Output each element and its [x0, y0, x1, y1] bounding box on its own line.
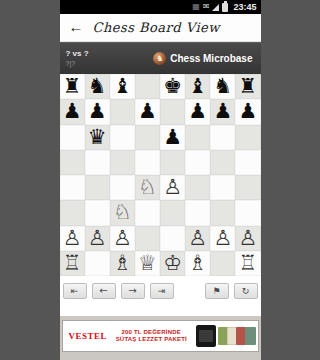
square-f7[interactable]: ♟	[185, 99, 210, 124]
square-c4[interactable]	[110, 175, 135, 200]
square-a1[interactable]: ♖	[60, 251, 85, 276]
square-h2[interactable]: ♙	[235, 226, 260, 251]
app-bar: ← Chess Board View	[60, 14, 261, 42]
piece-white-pawn: ♙	[235, 226, 260, 251]
piece-black-pawn: ♟	[160, 125, 185, 150]
square-f8[interactable]: ♝	[185, 74, 210, 99]
square-d3[interactable]	[135, 200, 160, 225]
ad-region: VESTEL 200 TL DEĞERİNDE SÜTAŞ LEZZET PAK…	[60, 316, 261, 360]
square-b1[interactable]	[85, 251, 110, 276]
square-b5[interactable]	[85, 150, 110, 175]
square-e7[interactable]	[160, 99, 185, 124]
square-g7[interactable]: ♟	[210, 99, 235, 124]
square-f3[interactable]	[185, 200, 210, 225]
piece-white-pawn: ♙	[85, 226, 110, 251]
square-b6[interactable]: ♛	[85, 125, 110, 150]
square-e6[interactable]: ♟	[160, 125, 185, 150]
last-move-button[interactable]: ⇥	[150, 283, 174, 299]
chess-microbase-brand[interactable]: ♞ Chess Microbase	[153, 52, 252, 65]
players-label: ? vs ?	[66, 49, 89, 59]
square-c3[interactable]: ♘	[110, 200, 135, 225]
square-a6[interactable]	[60, 125, 85, 150]
piece-white-pawn: ♙	[60, 226, 85, 251]
piece-white-pawn: ♙	[160, 175, 185, 200]
piece-black-pawn: ♟	[210, 99, 235, 124]
square-e3[interactable]	[160, 200, 185, 225]
rotate-board-button[interactable]: ↻	[234, 283, 258, 299]
square-d6[interactable]	[135, 125, 160, 150]
oven-product-image	[196, 325, 216, 347]
piece-black-knight: ♞	[85, 74, 110, 99]
notification-icon: ▦	[192, 3, 200, 11]
square-h5[interactable]	[235, 150, 260, 175]
square-d2[interactable]	[135, 226, 160, 251]
flag-button[interactable]: ⚑	[205, 283, 229, 299]
square-b8[interactable]: ♞	[85, 74, 110, 99]
piece-white-rook: ♖	[235, 251, 260, 276]
prev-move-button[interactable]: ←	[92, 283, 116, 299]
piece-black-pawn: ♟	[60, 99, 85, 124]
square-e5[interactable]	[160, 150, 185, 175]
square-c2[interactable]: ♙	[110, 226, 135, 251]
square-b3[interactable]	[85, 200, 110, 225]
square-g4[interactable]	[210, 175, 235, 200]
square-d7[interactable]: ♟	[135, 99, 160, 124]
square-d1[interactable]: ♕	[135, 251, 160, 276]
square-f6[interactable]	[185, 125, 210, 150]
app-window: ▦ ✉ 23:45 ← Chess Board View ? vs ? ?|? …	[60, 0, 261, 360]
square-a2[interactable]: ♙	[60, 226, 85, 251]
clock: 23:45	[233, 2, 256, 12]
square-e1[interactable]: ♔	[160, 251, 185, 276]
piece-black-king: ♚	[160, 74, 185, 99]
ad-banner[interactable]: VESTEL 200 TL DEĞERİNDE SÜTAŞ LEZZET PAK…	[62, 320, 259, 352]
back-button[interactable]: ←	[60, 18, 93, 37]
square-h8[interactable]: ♜	[235, 74, 260, 99]
square-c7[interactable]	[110, 99, 135, 124]
piece-black-pawn: ♟	[85, 99, 110, 124]
piece-black-pawn: ♟	[235, 99, 260, 124]
piece-black-bishop: ♝	[110, 74, 135, 99]
piece-white-knight: ♘	[135, 175, 160, 200]
square-a5[interactable]	[60, 150, 85, 175]
square-b2[interactable]: ♙	[85, 226, 110, 251]
square-g5[interactable]	[210, 150, 235, 175]
dairy-product-images	[220, 327, 256, 345]
piece-white-queen: ♕	[135, 251, 160, 276]
square-e8[interactable]: ♚	[160, 74, 185, 99]
square-c8[interactable]: ♝	[110, 74, 135, 99]
square-d8[interactable]	[135, 74, 160, 99]
message-icon: ✉	[203, 3, 210, 11]
piece-black-rook: ♜	[235, 74, 260, 99]
piece-black-rook: ♜	[60, 74, 85, 99]
next-move-button[interactable]: →	[121, 283, 145, 299]
square-h4[interactable]	[235, 175, 260, 200]
square-h6[interactable]	[235, 125, 260, 150]
square-c5[interactable]	[110, 150, 135, 175]
piece-black-bishop: ♝	[185, 74, 210, 99]
result-label: ?|?	[66, 59, 89, 68]
square-f2[interactable]: ♙	[185, 226, 210, 251]
square-d5[interactable]	[135, 150, 160, 175]
square-g3[interactable]	[210, 200, 235, 225]
piece-white-rook: ♖	[60, 251, 85, 276]
square-g2[interactable]: ♙	[210, 226, 235, 251]
piece-black-pawn: ♟	[185, 99, 210, 124]
piece-white-pawn: ♙	[185, 226, 210, 251]
square-g1[interactable]	[210, 251, 235, 276]
game-players-block: ? vs ? ?|?	[66, 49, 89, 68]
square-g8[interactable]: ♞	[210, 74, 235, 99]
square-c6[interactable]	[110, 125, 135, 150]
square-b4[interactable]	[85, 175, 110, 200]
square-d4[interactable]: ♘	[135, 175, 160, 200]
square-a7[interactable]: ♟	[60, 99, 85, 124]
ad-line2: SÜTAŞ LEZZET PAKETİ	[111, 336, 191, 344]
square-c1[interactable]: ♗	[110, 251, 135, 276]
piece-white-knight: ♘	[110, 200, 135, 225]
square-b7[interactable]: ♟	[85, 99, 110, 124]
status-bar: ▦ ✉ 23:45	[60, 0, 261, 14]
square-a3[interactable]	[60, 200, 85, 225]
piece-white-bishop: ♗	[185, 251, 210, 276]
piece-white-king: ♔	[160, 251, 185, 276]
square-h7[interactable]: ♟	[235, 99, 260, 124]
piece-black-queen: ♛	[85, 125, 110, 150]
square-e4[interactable]: ♙	[160, 175, 185, 200]
piece-white-pawn: ♙	[210, 226, 235, 251]
ad-text-block: 200 TL DEĞERİNDE SÜTAŞ LEZZET PAKETİ	[111, 329, 191, 344]
vestel-logo: VESTEL	[69, 331, 108, 341]
square-h1[interactable]: ♖	[235, 251, 260, 276]
square-a4[interactable]	[60, 175, 85, 200]
piece-white-bishop: ♗	[110, 251, 135, 276]
piece-white-pawn: ♙	[110, 226, 135, 251]
first-move-button[interactable]: ⇤	[63, 283, 87, 299]
move-toolbar: ⇤ ← → ⇥ ⚑ ↻	[60, 276, 261, 316]
brand-name: Chess Microbase	[170, 53, 252, 64]
square-e2[interactable]	[160, 226, 185, 251]
square-f4[interactable]	[185, 175, 210, 200]
square-f1[interactable]: ♗	[185, 251, 210, 276]
square-f5[interactable]	[185, 150, 210, 175]
square-h3[interactable]	[235, 200, 260, 225]
battery-icon	[222, 3, 228, 12]
game-info-bar: ? vs ? ?|? ♞ Chess Microbase	[60, 42, 261, 74]
piece-black-pawn: ♟	[135, 99, 160, 124]
piece-black-knight: ♞	[210, 74, 235, 99]
chess-board: ♜♞♝♚♝♞♜♟♟♟♟♟♟♛♟♘♙♘♙♙♙♙♙♙♖♗♕♔♗♖	[60, 74, 261, 276]
chess-microbase-logo-icon: ♞	[153, 52, 166, 65]
signal-icon	[212, 4, 219, 11]
square-a8[interactable]: ♜	[60, 74, 85, 99]
square-g6[interactable]	[210, 125, 235, 150]
ad-line1: 200 TL DEĞERİNDE	[111, 329, 191, 337]
page-title: Chess Board View	[93, 20, 220, 35]
